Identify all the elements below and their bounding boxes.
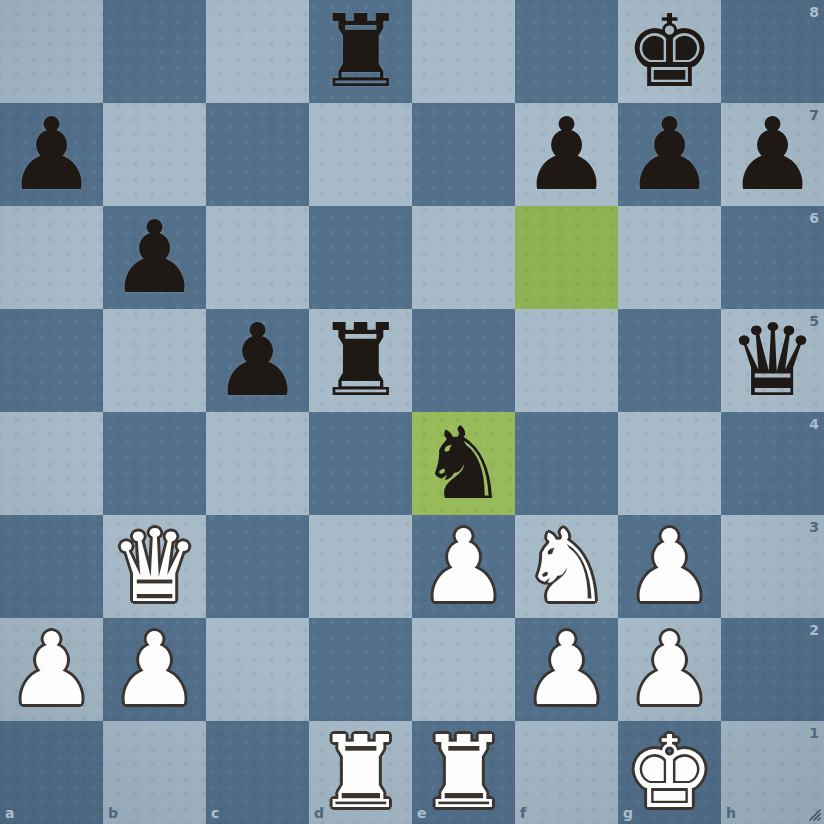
square-e7[interactable] — [412, 103, 515, 206]
square-a6[interactable] — [0, 206, 103, 309]
white-queen[interactable]: ♛ — [110, 515, 200, 618]
white-pawn[interactable]: ♟ — [419, 515, 509, 618]
square-f8[interactable] — [515, 0, 618, 103]
square-g3[interactable]: ♟ — [618, 515, 721, 618]
square-a7[interactable]: ♟ — [0, 103, 103, 206]
rank-label-6: 6 — [809, 211, 819, 225]
square-g6[interactable] — [618, 206, 721, 309]
square-g5[interactable] — [618, 309, 721, 412]
square-g7[interactable]: ♟ — [618, 103, 721, 206]
board-resize-handle[interactable] — [806, 806, 822, 822]
square-b6[interactable]: ♟ — [103, 206, 206, 309]
square-b4[interactable] — [103, 412, 206, 515]
square-d2[interactable] — [309, 618, 412, 721]
square-f1[interactable]: f — [515, 721, 618, 824]
black-rook[interactable]: ♜ — [316, 0, 406, 103]
white-pawn[interactable]: ♟ — [625, 515, 715, 618]
square-c8[interactable] — [206, 0, 309, 103]
rank-label-2: 2 — [809, 623, 819, 637]
square-h3[interactable]: 3 — [721, 515, 824, 618]
black-pawn[interactable]: ♟ — [110, 206, 200, 309]
black-king[interactable]: ♚ — [625, 0, 715, 103]
black-pawn[interactable]: ♟ — [213, 309, 303, 412]
chess-board: ♜♚8♟♟♟♟7♟6♟♜♛5♞4♛♟♞♟3♟♟♟♟2abc♜d♜ef♚gh1 — [0, 0, 824, 824]
black-pawn[interactable]: ♟ — [7, 103, 97, 206]
file-label-a: a — [5, 806, 14, 820]
black-pawn[interactable]: ♟ — [728, 103, 818, 206]
square-h2[interactable]: 2 — [721, 618, 824, 721]
square-h6[interactable]: 6 — [721, 206, 824, 309]
square-c1[interactable]: c — [206, 721, 309, 824]
white-pawn[interactable]: ♟ — [522, 618, 612, 721]
square-a8[interactable] — [0, 0, 103, 103]
square-d1[interactable]: ♜d — [309, 721, 412, 824]
square-f6[interactable] — [515, 206, 618, 309]
square-b7[interactable] — [103, 103, 206, 206]
white-knight[interactable]: ♞ — [522, 515, 612, 618]
rank-label-8: 8 — [809, 5, 819, 19]
black-rook[interactable]: ♜ — [316, 309, 406, 412]
rank-label-4: 4 — [809, 417, 819, 431]
white-rook[interactable]: ♜ — [419, 721, 509, 824]
square-d7[interactable] — [309, 103, 412, 206]
black-pawn[interactable]: ♟ — [625, 103, 715, 206]
square-e1[interactable]: ♜e — [412, 721, 515, 824]
square-c5[interactable]: ♟ — [206, 309, 309, 412]
square-c7[interactable] — [206, 103, 309, 206]
square-h5[interactable]: ♛5 — [721, 309, 824, 412]
square-b5[interactable] — [103, 309, 206, 412]
square-e3[interactable]: ♟ — [412, 515, 515, 618]
square-a5[interactable] — [0, 309, 103, 412]
file-label-h: h — [726, 806, 736, 820]
rank-label-3: 3 — [809, 520, 819, 534]
square-g8[interactable]: ♚ — [618, 0, 721, 103]
square-d5[interactable]: ♜ — [309, 309, 412, 412]
black-pawn[interactable]: ♟ — [522, 103, 612, 206]
square-f4[interactable] — [515, 412, 618, 515]
square-b3[interactable]: ♛ — [103, 515, 206, 618]
white-rook[interactable]: ♜ — [316, 721, 406, 824]
square-c6[interactable] — [206, 206, 309, 309]
chess-board-container: ♜♚8♟♟♟♟7♟6♟♜♛5♞4♛♟♞♟3♟♟♟♟2abc♜d♜ef♚gh1 — [0, 0, 824, 824]
square-f7[interactable]: ♟ — [515, 103, 618, 206]
white-king[interactable]: ♚ — [625, 721, 715, 824]
file-label-b: b — [108, 806, 118, 820]
square-d8[interactable]: ♜ — [309, 0, 412, 103]
square-f2[interactable]: ♟ — [515, 618, 618, 721]
black-knight[interactable]: ♞ — [419, 412, 509, 515]
square-b2[interactable]: ♟ — [103, 618, 206, 721]
rank-label-1: 1 — [809, 726, 819, 740]
file-label-c: c — [211, 806, 219, 820]
white-pawn[interactable]: ♟ — [625, 618, 715, 721]
square-g1[interactable]: ♚g — [618, 721, 721, 824]
square-h8[interactable]: 8 — [721, 0, 824, 103]
square-c3[interactable] — [206, 515, 309, 618]
square-h7[interactable]: ♟7 — [721, 103, 824, 206]
square-h4[interactable]: 4 — [721, 412, 824, 515]
square-a2[interactable]: ♟ — [0, 618, 103, 721]
square-d4[interactable] — [309, 412, 412, 515]
white-pawn[interactable]: ♟ — [7, 618, 97, 721]
square-b1[interactable]: b — [103, 721, 206, 824]
square-a3[interactable] — [0, 515, 103, 618]
square-c4[interactable] — [206, 412, 309, 515]
square-f5[interactable] — [515, 309, 618, 412]
square-f3[interactable]: ♞ — [515, 515, 618, 618]
square-g4[interactable] — [618, 412, 721, 515]
white-pawn[interactable]: ♟ — [110, 618, 200, 721]
black-queen[interactable]: ♛ — [728, 309, 818, 412]
square-e5[interactable] — [412, 309, 515, 412]
square-g2[interactable]: ♟ — [618, 618, 721, 721]
file-label-f: f — [520, 806, 526, 820]
square-e6[interactable] — [412, 206, 515, 309]
square-d6[interactable] — [309, 206, 412, 309]
square-d3[interactable] — [309, 515, 412, 618]
square-a4[interactable] — [0, 412, 103, 515]
square-a1[interactable]: a — [0, 721, 103, 824]
square-e4[interactable]: ♞ — [412, 412, 515, 515]
square-b8[interactable] — [103, 0, 206, 103]
square-e2[interactable] — [412, 618, 515, 721]
square-e8[interactable] — [412, 0, 515, 103]
resize-grip-icon — [806, 806, 822, 822]
square-c2[interactable] — [206, 618, 309, 721]
